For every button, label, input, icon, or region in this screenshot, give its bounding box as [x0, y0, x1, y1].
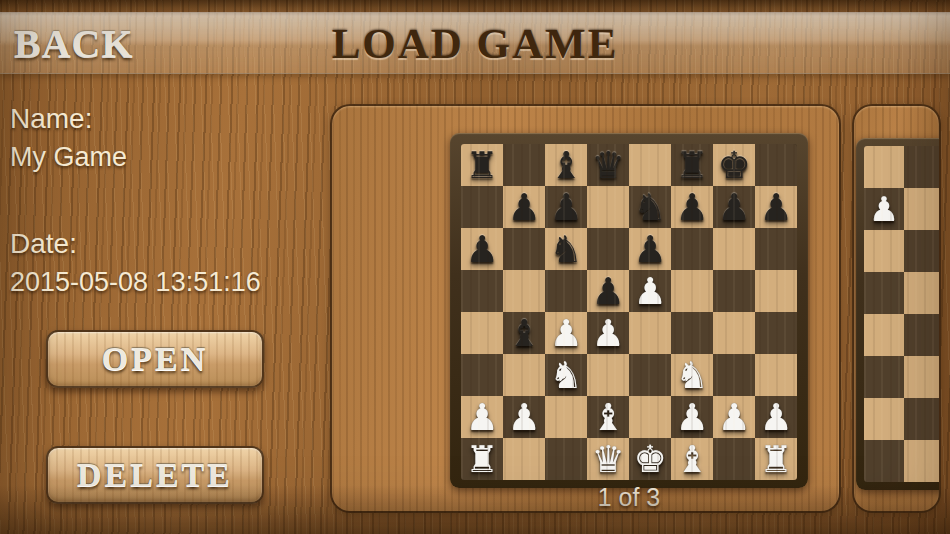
square-c1 [545, 438, 587, 480]
white-pawn-piece: ♟ [633, 273, 666, 310]
square-e8 [629, 144, 671, 186]
white-pawn-piece: ♟ [675, 399, 708, 436]
white-bishop-piece: ♝ [591, 399, 624, 436]
white-knight-piece: ♞ [549, 357, 582, 394]
black-queen-piece: ♛ [591, 147, 624, 184]
square-f5 [671, 270, 713, 312]
chess-board-frame: ♜♝♛♜♚♟♟♞♟♟♟♟♞♟♟♟♝♟♟♞♞♟♟♝♟♟♟♜♛♚♝♜ [450, 133, 808, 488]
square-a4 [461, 312, 503, 354]
square-g5 [713, 270, 755, 312]
square-c8: ♝ [545, 144, 587, 186]
preview-square-r4c1 [904, 314, 941, 356]
page-title: LOAD GAME [0, 13, 950, 73]
black-bishop-piece: ♝ [507, 315, 540, 352]
black-rook-piece: ♜ [675, 147, 708, 184]
square-a7 [461, 186, 503, 228]
square-e3 [629, 354, 671, 396]
square-b5 [503, 270, 545, 312]
preview-square-r0c0 [864, 146, 904, 188]
preview-square-r1c1 [904, 188, 941, 230]
square-b8 [503, 144, 545, 186]
game-preview-card[interactable]: ♜♝♛♜♚♟♟♞♟♟♟♟♞♟♟♟♝♟♟♞♞♟♟♝♟♟♟♜♛♚♝♜ 1 of 3 [330, 104, 841, 513]
square-g2: ♟ [713, 396, 755, 438]
load-game-screen: BACK LOAD GAME Name: My Game Date: 2015-… [0, 0, 950, 534]
square-h6 [755, 228, 797, 270]
next-chess-board: ♟ [864, 146, 941, 482]
white-rook-piece: ♜ [465, 441, 498, 478]
square-c4: ♟ [545, 312, 587, 354]
square-b7: ♟ [503, 186, 545, 228]
black-pawn-piece: ♟ [675, 189, 708, 226]
black-pawn-piece: ♟ [465, 231, 498, 268]
square-c3: ♞ [545, 354, 587, 396]
square-a5 [461, 270, 503, 312]
white-pawn-piece: ♟ [591, 315, 624, 352]
square-g8: ♚ [713, 144, 755, 186]
black-pawn-piece: ♟ [633, 231, 666, 268]
preview-square-r7c1 [904, 440, 941, 482]
white-rook-piece: ♜ [759, 441, 792, 478]
white-pawn-piece: ♟ [549, 315, 582, 352]
white-pawn-piece: ♟ [465, 399, 498, 436]
black-pawn-piece: ♟ [759, 189, 792, 226]
next-board-frame: ♟ [856, 138, 941, 490]
preview-square-r5c1 [904, 356, 941, 398]
preview-square-r3c1 [904, 272, 941, 314]
square-e4 [629, 312, 671, 354]
square-a6: ♟ [461, 228, 503, 270]
preview-square-r4c0 [864, 314, 904, 356]
black-rook-piece: ♜ [465, 147, 498, 184]
pager-label: 1 of 3 [450, 483, 808, 512]
square-f8: ♜ [671, 144, 713, 186]
square-d7 [587, 186, 629, 228]
square-a3 [461, 354, 503, 396]
date-value: 2015-05-08 13:51:16 [10, 267, 261, 298]
black-bishop-piece: ♝ [549, 147, 582, 184]
square-c6: ♞ [545, 228, 587, 270]
square-e6: ♟ [629, 228, 671, 270]
square-f7: ♟ [671, 186, 713, 228]
square-d2: ♝ [587, 396, 629, 438]
name-value: My Game [10, 142, 127, 173]
square-f3: ♞ [671, 354, 713, 396]
preview-square-r5c0 [864, 356, 904, 398]
delete-button[interactable]: DELETE [46, 446, 264, 504]
square-f6 [671, 228, 713, 270]
square-a1: ♜ [461, 438, 503, 480]
square-h4 [755, 312, 797, 354]
square-a2: ♟ [461, 396, 503, 438]
preview-square-r0c1 [904, 146, 941, 188]
square-e5: ♟ [629, 270, 671, 312]
name-label: Name: [10, 103, 92, 135]
square-f4 [671, 312, 713, 354]
square-g1 [713, 438, 755, 480]
square-g4 [713, 312, 755, 354]
square-b2: ♟ [503, 396, 545, 438]
square-h1: ♜ [755, 438, 797, 480]
white-pawn-piece: ♟ [869, 192, 899, 226]
black-pawn-piece: ♟ [507, 189, 540, 226]
square-h8 [755, 144, 797, 186]
black-pawn-piece: ♟ [549, 189, 582, 226]
square-d5: ♟ [587, 270, 629, 312]
square-e1: ♚ [629, 438, 671, 480]
square-h2: ♟ [755, 396, 797, 438]
square-c2 [545, 396, 587, 438]
square-c5 [545, 270, 587, 312]
white-bishop-piece: ♝ [675, 441, 708, 478]
top-bar: BACK LOAD GAME [0, 12, 950, 74]
white-pawn-piece: ♟ [507, 399, 540, 436]
preview-square-r2c1 [904, 230, 941, 272]
preview-square-r1c0: ♟ [864, 188, 904, 230]
square-b6 [503, 228, 545, 270]
next-game-preview-card[interactable]: ♟ [852, 104, 941, 513]
preview-square-r7c0 [864, 440, 904, 482]
chess-board: ♜♝♛♜♚♟♟♞♟♟♟♟♞♟♟♟♝♟♟♞♞♟♟♝♟♟♟♜♛♚♝♜ [461, 144, 797, 480]
square-g7: ♟ [713, 186, 755, 228]
white-pawn-piece: ♟ [759, 399, 792, 436]
square-d3 [587, 354, 629, 396]
white-queen-piece: ♛ [591, 441, 624, 478]
white-knight-piece: ♞ [675, 357, 708, 394]
square-g6 [713, 228, 755, 270]
square-d6 [587, 228, 629, 270]
square-b3 [503, 354, 545, 396]
white-king-piece: ♚ [633, 441, 666, 478]
date-label: Date: [10, 228, 77, 260]
black-knight-piece: ♞ [633, 189, 666, 226]
square-b4: ♝ [503, 312, 545, 354]
square-b1 [503, 438, 545, 480]
black-king-piece: ♚ [717, 147, 750, 184]
preview-square-r2c0 [864, 230, 904, 272]
square-d8: ♛ [587, 144, 629, 186]
black-knight-piece: ♞ [549, 231, 582, 268]
black-pawn-piece: ♟ [591, 273, 624, 310]
square-h7: ♟ [755, 186, 797, 228]
open-button[interactable]: OPEN [46, 330, 264, 388]
square-e2 [629, 396, 671, 438]
preview-square-r3c0 [864, 272, 904, 314]
black-pawn-piece: ♟ [717, 189, 750, 226]
square-f2: ♟ [671, 396, 713, 438]
preview-square-r6c1 [904, 398, 941, 440]
square-h3 [755, 354, 797, 396]
square-f1: ♝ [671, 438, 713, 480]
white-pawn-piece: ♟ [717, 399, 750, 436]
square-d1: ♛ [587, 438, 629, 480]
square-e7: ♞ [629, 186, 671, 228]
square-d4: ♟ [587, 312, 629, 354]
square-a8: ♜ [461, 144, 503, 186]
square-g3 [713, 354, 755, 396]
preview-square-r6c0 [864, 398, 904, 440]
square-h5 [755, 270, 797, 312]
square-c7: ♟ [545, 186, 587, 228]
